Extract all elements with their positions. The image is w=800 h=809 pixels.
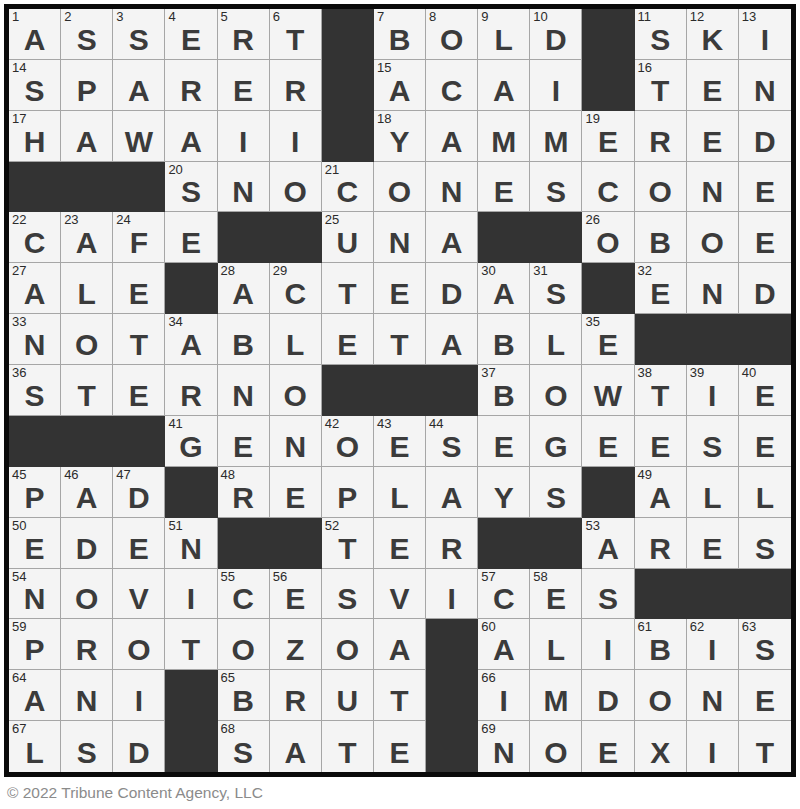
cell-r3c5[interactable]: I [218, 111, 270, 162]
cell-r14c7[interactable]: U [322, 670, 374, 721]
cell-r13c3[interactable]: O [113, 619, 165, 670]
cell-r11c9[interactable]: R [426, 518, 478, 569]
cell-r1c15[interactable]: 13I [739, 9, 791, 60]
cell-letter: A [9, 686, 60, 716]
cell-r10c13[interactable]: 49A [635, 467, 687, 518]
cell-r13c2[interactable]: R [61, 619, 113, 670]
cell-letter: E [635, 432, 686, 462]
cell-r2c2[interactable]: P [61, 60, 113, 111]
cell-r1c3[interactable]: 3S [113, 9, 165, 60]
cell-r1c6[interactable]: 6T [270, 9, 322, 60]
cell-r15c2[interactable]: S [61, 721, 113, 772]
cell-r1c1[interactable]: 1A [9, 9, 61, 60]
cell-r5c5-black [218, 212, 270, 263]
cell-letter: D [739, 279, 791, 309]
cell-r6c12-black [582, 263, 634, 314]
cell-r9c8[interactable]: 43E [374, 416, 426, 467]
cell-r1c14[interactable]: 12K [687, 9, 739, 60]
cell-letter: A [113, 76, 164, 106]
cell-r11c14[interactable]: E [687, 518, 739, 569]
cell-r10c11[interactable]: S [530, 467, 582, 518]
clue-number: 17 [12, 112, 26, 126]
cell-r15c9-black [426, 721, 478, 772]
cell-letter: S [426, 432, 477, 462]
cell-r15c11[interactable]: O [530, 721, 582, 772]
cell-r14c2[interactable]: N [61, 670, 113, 721]
cell-letter: O [635, 686, 686, 716]
cell-r14c14[interactable]: N [687, 670, 739, 721]
cell-r6c11[interactable]: 31S [530, 263, 582, 314]
clue-number: 5 [221, 10, 228, 24]
cell-r5c15[interactable]: E [739, 212, 791, 263]
cell-letter: O [270, 381, 321, 411]
cell-r9c7[interactable]: 42O [322, 416, 374, 467]
cell-r4c10[interactable]: E [478, 162, 530, 213]
clue-number: 49 [638, 468, 652, 482]
cell-letter: N [374, 228, 425, 258]
cell-letter: S [635, 25, 686, 55]
cell-r10c6[interactable]: E [270, 467, 322, 518]
cell-letter: P [61, 76, 112, 106]
cell-r1c2[interactable]: 2S [61, 9, 113, 60]
cell-letter: E [218, 76, 269, 106]
cell-letter: I [739, 25, 791, 55]
cell-r4c6[interactable]: O [270, 162, 322, 213]
cell-letter: B [635, 228, 686, 258]
cell-r15c7[interactable]: T [322, 721, 374, 772]
cell-r13c5[interactable]: O [218, 619, 270, 670]
cell-r1c11[interactable]: 10D [530, 9, 582, 60]
cell-r10c8[interactable]: L [374, 467, 426, 518]
cell-r4c2-black [61, 162, 113, 213]
cell-r15c12[interactable]: E [582, 721, 634, 772]
cell-r8c14[interactable]: 39I [687, 365, 739, 416]
cell-letter: N [426, 177, 477, 207]
cell-r8c5[interactable]: N [218, 365, 270, 416]
cell-r3c14[interactable]: E [687, 111, 739, 162]
cell-r7c9[interactable]: A [426, 314, 478, 365]
cell-r2c4[interactable]: R [165, 60, 217, 111]
cell-r11c7[interactable]: 52T [322, 518, 374, 569]
cell-letter: O [374, 177, 425, 207]
cell-r8c12[interactable]: W [582, 365, 634, 416]
cell-r13c10[interactable]: 60A [478, 619, 530, 670]
cell-r12c9[interactable]: I [426, 569, 478, 620]
cell-r4c11[interactable]: S [530, 162, 582, 213]
cell-r12c4[interactable]: I [165, 569, 217, 620]
cell-r8c7-black [322, 365, 374, 416]
cell-r14c11[interactable]: M [530, 670, 582, 721]
cell-r5c14[interactable]: O [687, 212, 739, 263]
cell-r12c7[interactable]: S [322, 569, 374, 620]
cell-letter: X [635, 738, 686, 768]
cell-r3c4[interactable]: A [165, 111, 217, 162]
cell-r4c3-black [113, 162, 165, 213]
cell-letter: D [739, 127, 791, 157]
cell-r1c8[interactable]: 7B [374, 9, 426, 60]
cell-letter: O [635, 177, 686, 207]
cell-r3c3[interactable]: W [113, 111, 165, 162]
cell-letter: D [530, 25, 581, 55]
cell-r5c4[interactable]: E [165, 212, 217, 263]
clue-number: 40 [742, 366, 756, 380]
cell-letter: A [635, 483, 686, 513]
cell-r6c4-black [165, 263, 217, 314]
cell-letter: W [113, 127, 164, 157]
cell-r3c6[interactable]: I [270, 111, 322, 162]
cell-r8c6[interactable]: O [270, 365, 322, 416]
cell-letter: A [9, 279, 60, 309]
cell-letter: E [478, 432, 529, 462]
cell-r2c3[interactable]: A [113, 60, 165, 111]
cell-r10c15[interactable]: L [739, 467, 791, 518]
cell-letter: E [374, 534, 425, 564]
cell-r6c10[interactable]: 30A [478, 263, 530, 314]
cell-r10c7[interactable]: P [322, 467, 374, 518]
cell-r9c3-black [113, 416, 165, 467]
cell-letter: B [635, 635, 686, 665]
cell-r12c10[interactable]: 57C [478, 569, 530, 620]
cell-r1c9[interactable]: 8O [426, 9, 478, 60]
cell-r15c5[interactable]: 68S [218, 721, 270, 772]
cell-letter: E [687, 127, 738, 157]
cell-r4c4[interactable]: 20S [165, 162, 217, 213]
cell-letter: U [322, 686, 373, 716]
cell-r15c1[interactable]: 67L [9, 721, 61, 772]
cell-letter: Y [374, 127, 425, 157]
cell-r14c8[interactable]: T [374, 670, 426, 721]
cell-r14c9-black [426, 670, 478, 721]
cell-r10c14[interactable]: L [687, 467, 739, 518]
cell-r11c5-black [218, 518, 270, 569]
cell-r8c1[interactable]: 36S [9, 365, 61, 416]
clue-number: 9 [481, 10, 488, 24]
cell-r2c14[interactable]: E [687, 60, 739, 111]
cell-letter: N [270, 432, 321, 462]
cell-r13c1[interactable]: 59P [9, 619, 61, 670]
cell-r14c15[interactable]: E [739, 670, 791, 721]
cell-r13c7[interactable]: O [322, 619, 374, 670]
cell-r7c3[interactable]: T [113, 314, 165, 365]
cell-r12c6[interactable]: 56E [270, 569, 322, 620]
cell-r3c12[interactable]: 19E [582, 111, 634, 162]
cell-r3c2[interactable]: A [61, 111, 113, 162]
cell-r15c3[interactable]: D [113, 721, 165, 772]
cell-r8c11[interactable]: O [530, 365, 582, 416]
cell-letter: I [687, 635, 738, 665]
clue-number: 68 [221, 722, 235, 736]
cell-r7c1[interactable]: 33N [9, 314, 61, 365]
cell-letter: R [270, 686, 321, 716]
cell-r6c2[interactable]: L [61, 263, 113, 314]
cell-letter: A [478, 76, 529, 106]
cell-r10c1[interactable]: 45P [9, 467, 61, 518]
cell-r3c13[interactable]: R [635, 111, 687, 162]
cell-r6c1[interactable]: 27A [9, 263, 61, 314]
cell-r10c10[interactable]: Y [478, 467, 530, 518]
cell-r14c5[interactable]: 65B [218, 670, 270, 721]
cell-letter: I [530, 76, 581, 106]
cell-r7c4[interactable]: 34A [165, 314, 217, 365]
cell-r3c8[interactable]: 18Y [374, 111, 426, 162]
cell-r2c6[interactable]: R [270, 60, 322, 111]
cell-r9c6[interactable]: N [270, 416, 322, 467]
cell-letter: S [582, 584, 633, 614]
cell-r3c10[interactable]: M [478, 111, 530, 162]
cell-letter: M [530, 127, 581, 157]
cell-letter: P [9, 483, 60, 513]
cell-r11c8[interactable]: E [374, 518, 426, 569]
cell-letter: E [165, 228, 216, 258]
cell-r9c4[interactable]: 41G [165, 416, 217, 467]
cell-r9c14[interactable]: S [687, 416, 739, 467]
cell-r7c6[interactable]: L [270, 314, 322, 365]
cell-letter: E [374, 738, 425, 768]
cell-r9c13[interactable]: E [635, 416, 687, 467]
cell-r6c3[interactable]: E [113, 263, 165, 314]
cell-r14c13[interactable]: O [635, 670, 687, 721]
cell-r1c5[interactable]: 5R [218, 9, 270, 60]
cell-letter: H [9, 127, 60, 157]
cell-r1c4[interactable]: 4E [165, 9, 217, 60]
cell-letter: S [322, 584, 373, 614]
cell-letter: B [218, 686, 269, 716]
cell-r13c8[interactable]: A [374, 619, 426, 670]
cell-letter: S [530, 483, 581, 513]
cell-letter: L [530, 635, 581, 665]
cell-r4c15[interactable]: E [739, 162, 791, 213]
cell-r5c8[interactable]: N [374, 212, 426, 263]
cell-letter: D [582, 686, 633, 716]
cell-r2c5[interactable]: E [218, 60, 270, 111]
cell-r9c10[interactable]: E [478, 416, 530, 467]
cell-r4c9[interactable]: N [426, 162, 478, 213]
cell-r8c2[interactable]: T [61, 365, 113, 416]
cell-letter: E [739, 177, 791, 207]
cell-r7c10[interactable]: B [478, 314, 530, 365]
cell-letter: L [687, 483, 738, 513]
cell-r1c7-black [322, 9, 374, 60]
cell-r8c4[interactable]: R [165, 365, 217, 416]
cell-r5c2[interactable]: 23A [61, 212, 113, 263]
cell-letter: O [61, 584, 112, 614]
cell-r6c9[interactable]: D [426, 263, 478, 314]
cell-r14c12[interactable]: D [582, 670, 634, 721]
cell-r8c15[interactable]: 40E [739, 365, 791, 416]
cell-r8c3[interactable]: E [113, 365, 165, 416]
cell-r6c5[interactable]: 28A [218, 263, 270, 314]
cell-r6c6[interactable]: 29C [270, 263, 322, 314]
cell-letter: E [113, 279, 164, 309]
cell-r7c12[interactable]: 35E [582, 314, 634, 365]
cell-r11c13[interactable]: R [635, 518, 687, 569]
cell-r13c12[interactable]: I [582, 619, 634, 670]
cell-r4c14[interactable]: N [687, 162, 739, 213]
cell-r12c8[interactable]: V [374, 569, 426, 620]
cell-r12c12[interactable]: S [582, 569, 634, 620]
cell-r3c15[interactable]: D [739, 111, 791, 162]
cell-r4c13[interactable]: O [635, 162, 687, 213]
cell-r8c9-black [426, 365, 478, 416]
cell-letter: B [478, 381, 529, 411]
cell-r4c5[interactable]: N [218, 162, 270, 213]
cell-r2c1[interactable]: 14S [9, 60, 61, 111]
cell-r4c7[interactable]: 21C [322, 162, 374, 213]
cell-r9c5[interactable]: E [218, 416, 270, 467]
cell-letter: V [374, 584, 425, 614]
cell-r4c8[interactable]: O [374, 162, 426, 213]
cell-r15c14[interactable]: I [687, 721, 739, 772]
cell-r13c11[interactable]: L [530, 619, 582, 670]
cell-r15c10[interactable]: 69N [478, 721, 530, 772]
cell-r2c15[interactable]: N [739, 60, 791, 111]
cell-r7c13-black [635, 314, 687, 365]
cell-letter: E [687, 534, 738, 564]
cell-letter: T [322, 738, 373, 768]
cell-r5c13[interactable]: B [635, 212, 687, 263]
copyright-text: © 2022 Tribune Content Agency, LLC [7, 784, 263, 802]
cell-letter: G [165, 432, 216, 462]
cell-r13c15[interactable]: 63S [739, 619, 791, 670]
cell-r4c12[interactable]: C [582, 162, 634, 213]
cell-r7c8[interactable]: T [374, 314, 426, 365]
cell-r10c5[interactable]: 48R [218, 467, 270, 518]
cell-r6c14[interactable]: N [687, 263, 739, 314]
cell-letter: O [270, 177, 321, 207]
cell-r6c13[interactable]: 32E [635, 263, 687, 314]
cell-letter: E [270, 483, 321, 513]
cell-r11c4[interactable]: 51N [165, 518, 217, 569]
cell-r11c15[interactable]: S [739, 518, 791, 569]
cell-r2c13[interactable]: 16T [635, 60, 687, 111]
cell-r14c6[interactable]: R [270, 670, 322, 721]
cell-r13c14[interactable]: 62I [687, 619, 739, 670]
cell-letter: I [165, 584, 216, 614]
cell-letter: B [218, 330, 269, 360]
cell-r13c9-black [426, 619, 478, 670]
cell-r5c9[interactable]: A [426, 212, 478, 263]
cell-letter: A [426, 228, 477, 258]
cell-r7c2[interactable]: O [61, 314, 113, 365]
cell-r15c13[interactable]: X [635, 721, 687, 772]
cell-r3c9[interactable]: A [426, 111, 478, 162]
clue-number: 4 [168, 10, 175, 24]
cell-r6c15[interactable]: D [739, 263, 791, 314]
cell-letter: A [426, 483, 477, 513]
cell-r9c11[interactable]: G [530, 416, 582, 467]
cell-r12c13-black [635, 569, 687, 620]
cell-letter: N [687, 177, 738, 207]
cell-r9c9[interactable]: 44S [426, 416, 478, 467]
cell-r14c10[interactable]: 66I [478, 670, 530, 721]
cell-r12c1[interactable]: 54N [9, 569, 61, 620]
cell-r9c15[interactable]: E [739, 416, 791, 467]
cell-r14c1[interactable]: 64A [9, 670, 61, 721]
cell-letter: C [582, 177, 633, 207]
cell-r3c1[interactable]: 17H [9, 111, 61, 162]
cell-r5c6-black [270, 212, 322, 263]
cell-r7c11[interactable]: L [530, 314, 582, 365]
cell-letter: E [739, 686, 791, 716]
cell-r5c7[interactable]: 25U [322, 212, 374, 263]
cell-r1c13[interactable]: 11S [635, 9, 687, 60]
cell-r14c3[interactable]: I [113, 670, 165, 721]
cell-letter: S [739, 635, 791, 665]
cell-r15c15[interactable]: T [739, 721, 791, 772]
cell-r12c5[interactable]: 55C [218, 569, 270, 620]
cell-r13c4[interactable]: T [165, 619, 217, 670]
clue-number: 52 [325, 519, 339, 533]
cell-letter: V [113, 584, 164, 614]
cell-r8c13[interactable]: 38T [635, 365, 687, 416]
cell-letter: M [478, 127, 529, 157]
cell-letter: T [635, 381, 686, 411]
cell-r7c5[interactable]: B [218, 314, 270, 365]
cell-letter: A [478, 635, 529, 665]
cell-r5c12[interactable]: 26O [582, 212, 634, 263]
crossword-grid: 1A2S3S4E5R6T7B8O9L10D11S12K13I14SPARER15… [4, 4, 796, 777]
cell-r6c7[interactable]: T [322, 263, 374, 314]
cell-letter: B [374, 25, 425, 55]
cell-r5c3[interactable]: 24F [113, 212, 165, 263]
cell-r15c6[interactable]: A [270, 721, 322, 772]
cell-r7c7[interactable]: E [322, 314, 374, 365]
cell-letter: Y [478, 483, 529, 513]
cell-r2c8[interactable]: 15A [374, 60, 426, 111]
cell-letter: E [478, 177, 529, 207]
cell-r8c10[interactable]: 37B [478, 365, 530, 416]
cell-r1c10[interactable]: 9L [478, 9, 530, 60]
cell-r3c11[interactable]: M [530, 111, 582, 162]
cell-r9c2-black [61, 416, 113, 467]
cell-letter: O [113, 635, 164, 665]
cell-r12c11[interactable]: 58E [530, 569, 582, 620]
cell-letter: O [218, 635, 269, 665]
cell-letter: A [165, 330, 216, 360]
cell-letter: S [9, 76, 60, 106]
cell-r11c12[interactable]: 53A [582, 518, 634, 569]
cell-letter: O [61, 330, 112, 360]
cell-letter: N [687, 686, 738, 716]
cell-r11c1[interactable]: 50E [9, 518, 61, 569]
cell-r5c1[interactable]: 22C [9, 212, 61, 263]
cell-letter: C [426, 76, 477, 106]
cell-r10c2[interactable]: 46A [61, 467, 113, 518]
cell-r13c6[interactable]: Z [270, 619, 322, 670]
cell-r9c12[interactable]: E [582, 416, 634, 467]
cell-letter: N [9, 330, 60, 360]
cell-letter: O [322, 432, 373, 462]
cell-r10c3[interactable]: 47D [113, 467, 165, 518]
cell-r13c13[interactable]: 61B [635, 619, 687, 670]
cell-r15c8[interactable]: E [374, 721, 426, 772]
cell-r12c2[interactable]: O [61, 569, 113, 620]
cell-r2c10[interactable]: A [478, 60, 530, 111]
cell-r11c11-black [530, 518, 582, 569]
cell-r6c8[interactable]: E [374, 263, 426, 314]
cell-r10c9[interactable]: A [426, 467, 478, 518]
clue-number: 24 [116, 213, 130, 227]
cell-r5c11-black [530, 212, 582, 263]
cell-r2c9[interactable]: C [426, 60, 478, 111]
cell-r11c3[interactable]: E [113, 518, 165, 569]
cell-r2c11[interactable]: I [530, 60, 582, 111]
cell-r12c3[interactable]: V [113, 569, 165, 620]
clue-number: 39 [690, 366, 704, 380]
cell-letter: S [218, 738, 269, 768]
cell-r11c2[interactable]: D [61, 518, 113, 569]
cell-letter: U [322, 228, 373, 258]
